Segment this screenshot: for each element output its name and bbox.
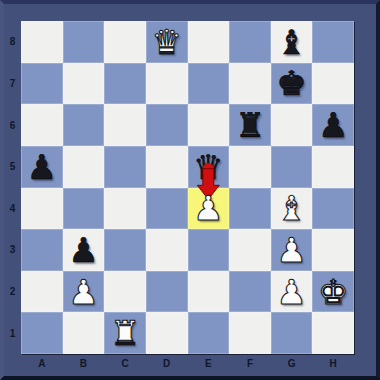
square-a5[interactable]: ♟ bbox=[21, 146, 63, 188]
square-g7[interactable]: ♚ bbox=[271, 63, 313, 105]
white-queen[interactable]: ♛ bbox=[151, 25, 181, 59]
chess-diagram-frame: 87654321 ♛♝♚♜♟♟♛♟♝♟♟♟♟♚♜ ABCDEFGH bbox=[0, 0, 380, 380]
file-label-c: C bbox=[104, 354, 146, 372]
square-a1[interactable] bbox=[21, 312, 63, 354]
black-pawn[interactable]: ♟ bbox=[68, 233, 98, 267]
square-a2[interactable] bbox=[21, 271, 63, 313]
square-d5[interactable] bbox=[146, 146, 188, 188]
file-labels: ABCDEFGH bbox=[21, 354, 354, 372]
rank-label-6: 6 bbox=[6, 104, 19, 146]
rank-label-2: 2 bbox=[6, 271, 19, 313]
square-h8[interactable] bbox=[312, 21, 354, 63]
square-a4[interactable] bbox=[21, 188, 63, 230]
square-g3[interactable]: ♟ bbox=[271, 229, 313, 271]
square-b8[interactable] bbox=[63, 21, 105, 63]
square-e8[interactable] bbox=[188, 21, 230, 63]
square-f2[interactable] bbox=[229, 271, 271, 313]
square-c5[interactable] bbox=[104, 146, 146, 188]
square-c7[interactable] bbox=[104, 63, 146, 105]
square-d6[interactable] bbox=[146, 104, 188, 146]
square-g1[interactable] bbox=[271, 312, 313, 354]
square-e6[interactable] bbox=[188, 104, 230, 146]
square-h4[interactable] bbox=[312, 188, 354, 230]
square-d2[interactable] bbox=[146, 271, 188, 313]
square-g6[interactable] bbox=[271, 104, 313, 146]
square-b1[interactable] bbox=[63, 312, 105, 354]
square-d7[interactable] bbox=[146, 63, 188, 105]
square-f1[interactable] bbox=[229, 312, 271, 354]
square-e1[interactable] bbox=[188, 312, 230, 354]
square-f8[interactable] bbox=[229, 21, 271, 63]
square-h3[interactable] bbox=[312, 229, 354, 271]
black-bishop[interactable]: ♝ bbox=[276, 25, 306, 59]
rank-label-5: 5 bbox=[6, 146, 19, 188]
white-king[interactable]: ♚ bbox=[318, 275, 348, 309]
square-g5[interactable] bbox=[271, 146, 313, 188]
rank-labels: 87654321 bbox=[6, 21, 19, 354]
white-rook[interactable]: ♜ bbox=[110, 316, 140, 350]
square-b6[interactable] bbox=[63, 104, 105, 146]
black-rook[interactable]: ♜ bbox=[235, 108, 265, 142]
file-label-e: E bbox=[188, 354, 230, 372]
square-f6[interactable]: ♜ bbox=[229, 104, 271, 146]
black-king[interactable]: ♚ bbox=[276, 66, 306, 100]
square-b7[interactable] bbox=[63, 63, 105, 105]
rank-label-3: 3 bbox=[6, 229, 19, 271]
rank-label-8: 8 bbox=[6, 21, 19, 63]
rank-label-1: 1 bbox=[6, 312, 19, 354]
square-f7[interactable] bbox=[229, 63, 271, 105]
square-c1[interactable]: ♜ bbox=[104, 312, 146, 354]
square-h5[interactable] bbox=[312, 146, 354, 188]
file-label-f: F bbox=[229, 354, 271, 372]
square-c8[interactable] bbox=[104, 21, 146, 63]
black-pawn[interactable]: ♟ bbox=[318, 108, 348, 142]
file-label-g: G bbox=[271, 354, 313, 372]
square-b2[interactable]: ♟ bbox=[63, 271, 105, 313]
chess-board: ♛♝♚♜♟♟♛♟♝♟♟♟♟♚♜ bbox=[21, 21, 354, 354]
square-d3[interactable] bbox=[146, 229, 188, 271]
square-b4[interactable] bbox=[63, 188, 105, 230]
square-f3[interactable] bbox=[229, 229, 271, 271]
square-h1[interactable] bbox=[312, 312, 354, 354]
square-g4[interactable]: ♝ bbox=[271, 188, 313, 230]
file-label-h: H bbox=[312, 354, 354, 372]
square-h7[interactable] bbox=[312, 63, 354, 105]
square-c3[interactable] bbox=[104, 229, 146, 271]
square-e2[interactable] bbox=[188, 271, 230, 313]
square-d1[interactable] bbox=[146, 312, 188, 354]
square-c2[interactable] bbox=[104, 271, 146, 313]
square-f4[interactable] bbox=[229, 188, 271, 230]
black-queen[interactable]: ♛ bbox=[193, 150, 223, 184]
square-e5[interactable]: ♛ bbox=[188, 146, 230, 188]
file-label-b: B bbox=[63, 354, 105, 372]
square-b5[interactable] bbox=[63, 146, 105, 188]
black-pawn[interactable]: ♟ bbox=[27, 150, 57, 184]
white-pawn[interactable]: ♟ bbox=[276, 233, 306, 267]
square-c6[interactable] bbox=[104, 104, 146, 146]
file-label-a: A bbox=[21, 354, 63, 372]
rank-label-7: 7 bbox=[6, 63, 19, 105]
square-d8[interactable]: ♛ bbox=[146, 21, 188, 63]
square-a7[interactable] bbox=[21, 63, 63, 105]
square-g2[interactable]: ♟ bbox=[271, 271, 313, 313]
white-pawn[interactable]: ♟ bbox=[193, 191, 223, 225]
square-a6[interactable] bbox=[21, 104, 63, 146]
square-e7[interactable] bbox=[188, 63, 230, 105]
file-label-d: D bbox=[146, 354, 188, 372]
white-pawn[interactable]: ♟ bbox=[68, 275, 98, 309]
square-d4[interactable] bbox=[146, 188, 188, 230]
square-h6[interactable]: ♟ bbox=[312, 104, 354, 146]
square-e3[interactable] bbox=[188, 229, 230, 271]
white-bishop[interactable]: ♝ bbox=[276, 191, 306, 225]
square-b3[interactable]: ♟ bbox=[63, 229, 105, 271]
square-a8[interactable] bbox=[21, 21, 63, 63]
rank-label-4: 4 bbox=[6, 188, 19, 230]
square-e4[interactable]: ♟ bbox=[188, 188, 230, 230]
white-pawn[interactable]: ♟ bbox=[276, 275, 306, 309]
square-c4[interactable] bbox=[104, 188, 146, 230]
square-a3[interactable] bbox=[21, 229, 63, 271]
square-h2[interactable]: ♚ bbox=[312, 271, 354, 313]
square-f5[interactable] bbox=[229, 146, 271, 188]
square-g8[interactable]: ♝ bbox=[271, 21, 313, 63]
